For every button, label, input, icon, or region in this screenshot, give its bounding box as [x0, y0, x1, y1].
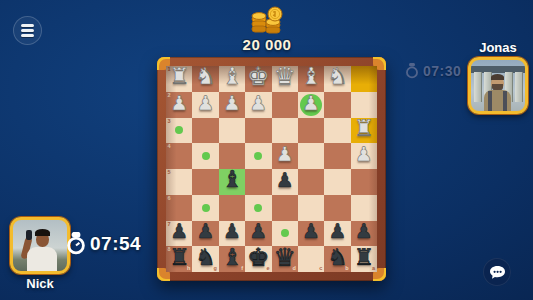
square-h4[interactable]: 4 — [166, 143, 192, 169]
square-e6[interactable] — [245, 195, 271, 221]
clock-top-time: 07:30 — [423, 63, 461, 79]
piece-white-knight[interactable]: ♞ — [327, 65, 348, 88]
square-g4[interactable] — [192, 143, 218, 169]
square-h5[interactable]: 5 — [166, 169, 192, 195]
piece-black-pawn[interactable]: ♟ — [223, 221, 241, 241]
chat-bubble-icon — [489, 265, 506, 280]
rank-label: 5 — [168, 170, 171, 176]
square-c2[interactable]: ♟ — [298, 92, 324, 118]
piece-white-pawn[interactable]: ♟ — [197, 93, 215, 113]
piece-white-pawn[interactable]: ♟ — [276, 144, 294, 164]
player-name-bottom: Nick — [10, 276, 70, 291]
piece-black-pawn[interactable]: ♟ — [355, 221, 373, 241]
move-hint-dot[interactable] — [175, 126, 183, 134]
piece-black-pawn[interactable]: ♟ — [249, 221, 267, 241]
piece-white-pawn[interactable]: ♟ — [170, 93, 188, 113]
game-screen: 20 000 1♜♞♝♚♛♝♞2♟♟♟♟♟3♜4♟♟5♝♟67♟♟♟♟♟♟♟8h… — [0, 0, 533, 300]
stopwatch-icon — [405, 63, 419, 79]
square-e5[interactable] — [245, 169, 271, 195]
square-e2[interactable]: ♟ — [245, 92, 271, 118]
piece-white-pawn[interactable]: ♟ — [223, 93, 241, 113]
square-c6[interactable] — [298, 195, 324, 221]
piece-white-bishop[interactable]: ♝ — [222, 65, 243, 88]
piece-black-bishop[interactable]: ♝ — [222, 168, 243, 191]
square-b2[interactable] — [324, 92, 350, 118]
square-d2[interactable] — [272, 92, 298, 118]
avatar-jonas[interactable] — [468, 57, 528, 114]
coins-amount: 20 000 — [222, 36, 312, 53]
player-name-top: Jonas — [468, 40, 528, 55]
square-c7[interactable]: ♟ — [298, 221, 324, 247]
piece-white-rook[interactable]: ♜ — [169, 65, 190, 88]
piece-white-king[interactable]: ♚ — [247, 64, 269, 89]
square-g5[interactable] — [192, 169, 218, 195]
file-label: c — [319, 266, 322, 272]
piece-white-rook[interactable]: ♜ — [354, 117, 375, 140]
square-e4[interactable] — [245, 143, 271, 169]
square-b4[interactable] — [324, 143, 350, 169]
square-h7[interactable]: 7♟ — [166, 221, 192, 247]
menu-button[interactable] — [13, 16, 42, 45]
square-b5[interactable] — [324, 169, 350, 195]
gold-coins-icon — [244, 4, 290, 38]
piece-black-pawn[interactable]: ♟ — [197, 221, 215, 241]
square-b7[interactable]: ♟ — [324, 221, 350, 247]
piece-black-pawn[interactable]: ♟ — [328, 221, 346, 241]
piece-white-pawn[interactable]: ♟ — [249, 93, 267, 113]
piece-black-pawn[interactable]: ♟ — [276, 170, 294, 190]
square-h2[interactable]: 2♟ — [166, 92, 192, 118]
square-b1[interactable]: ♞ — [324, 66, 350, 92]
hamburger-icon — [21, 24, 34, 27]
square-c4[interactable] — [298, 143, 324, 169]
square-g1[interactable]: ♞ — [192, 66, 218, 92]
player-panel-bottom: Nick — [10, 217, 70, 293]
stopwatch-icon — [66, 232, 86, 255]
square-c1[interactable]: ♝ — [298, 66, 324, 92]
square-b3[interactable] — [324, 118, 350, 144]
piece-white-pawn[interactable]: ♟ — [302, 93, 320, 113]
piece-white-knight[interactable]: ♞ — [195, 65, 216, 88]
square-a6[interactable] — [351, 195, 377, 221]
piece-black-pawn[interactable]: ♟ — [302, 221, 320, 241]
rank-label: 4 — [168, 144, 171, 150]
square-h6[interactable]: 6 — [166, 195, 192, 221]
move-hint-dot[interactable] — [281, 229, 289, 237]
square-b6[interactable] — [324, 195, 350, 221]
square-h3[interactable]: 3 — [166, 118, 192, 144]
square-f4[interactable] — [219, 143, 245, 169]
piece-black-bishop[interactable]: ♝ — [222, 246, 243, 269]
chess-board-frame: 1♜♞♝♚♛♝♞2♟♟♟♟♟3♜4♟♟5♝♟67♟♟♟♟♟♟♟8h♜g♞f♝e♚… — [157, 57, 386, 281]
piece-black-pawn[interactable]: ♟ — [170, 221, 188, 241]
square-d1[interactable]: ♛ — [272, 66, 298, 92]
square-e8[interactable]: e♚ — [245, 246, 271, 272]
avatar-nick[interactable] — [10, 217, 70, 274]
square-a4[interactable]: ♟ — [351, 143, 377, 169]
square-c5[interactable] — [298, 169, 324, 195]
square-f1[interactable]: ♝ — [219, 66, 245, 92]
square-g3[interactable] — [192, 118, 218, 144]
square-a2[interactable] — [351, 92, 377, 118]
square-a1[interactable] — [351, 66, 377, 92]
piece-black-knight[interactable]: ♞ — [327, 246, 348, 269]
square-g6[interactable] — [192, 195, 218, 221]
piece-white-queen[interactable]: ♛ — [273, 64, 295, 89]
square-f5[interactable]: ♝ — [219, 169, 245, 195]
square-c3[interactable] — [298, 118, 324, 144]
clock-bottom: 07:54 — [66, 232, 141, 255]
square-b8[interactable]: b♞ — [324, 246, 350, 272]
square-g7[interactable]: ♟ — [192, 221, 218, 247]
rank-label: 3 — [168, 119, 171, 125]
square-a3[interactable]: ♜ — [351, 118, 377, 144]
piece-black-rook[interactable]: ♜ — [169, 246, 190, 269]
move-hint-dot[interactable] — [254, 204, 262, 212]
square-a5[interactable] — [351, 169, 377, 195]
move-hint-dot[interactable] — [202, 152, 210, 160]
square-f2[interactable]: ♟ — [219, 92, 245, 118]
chess-board: 1♜♞♝♚♛♝♞2♟♟♟♟♟3♜4♟♟5♝♟67♟♟♟♟♟♟♟8h♜g♞f♝e♚… — [166, 66, 377, 272]
square-e3[interactable] — [245, 118, 271, 144]
coins-balance[interactable]: 20 000 — [222, 4, 312, 53]
player-panel-top: Jonas — [468, 38, 528, 114]
square-d4[interactable]: ♟ — [272, 143, 298, 169]
square-d6[interactable] — [272, 195, 298, 221]
clock-top: 07:30 — [405, 63, 461, 79]
square-d3[interactable] — [272, 118, 298, 144]
square-f8[interactable]: f♝ — [219, 246, 245, 272]
square-h1[interactable]: 1♜ — [166, 66, 192, 92]
piece-black-rook[interactable]: ♜ — [354, 246, 375, 269]
move-hint-dot[interactable] — [254, 152, 262, 160]
square-d8[interactable]: d♛ — [272, 246, 298, 272]
square-d5[interactable]: ♟ — [272, 169, 298, 195]
chat-button[interactable] — [483, 258, 511, 286]
piece-black-knight[interactable]: ♞ — [195, 246, 216, 269]
square-g2[interactable]: ♟ — [192, 92, 218, 118]
square-f3[interactable] — [219, 118, 245, 144]
square-h8[interactable]: 8h♜ — [166, 246, 192, 272]
piece-black-queen[interactable]: ♛ — [273, 245, 295, 270]
piece-white-bishop[interactable]: ♝ — [301, 65, 322, 88]
piece-white-pawn[interactable]: ♟ — [355, 144, 373, 164]
square-f6[interactable] — [219, 195, 245, 221]
square-e1[interactable]: ♚ — [245, 66, 271, 92]
square-f7[interactable]: ♟ — [219, 221, 245, 247]
square-a8[interactable]: a♜ — [351, 246, 377, 272]
square-a7[interactable]: ♟ — [351, 221, 377, 247]
piece-black-king[interactable]: ♚ — [247, 245, 269, 270]
square-g8[interactable]: g♞ — [192, 246, 218, 272]
clock-bottom-time: 07:54 — [90, 233, 141, 255]
rank-label: 6 — [168, 196, 171, 202]
move-hint-dot[interactable] — [202, 204, 210, 212]
square-c8[interactable]: c — [298, 246, 324, 272]
